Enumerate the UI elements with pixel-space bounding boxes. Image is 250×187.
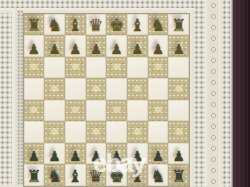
square-c4[interactable]: ❁ [65, 100, 86, 122]
piece-white-bishop[interactable]: ♝ [68, 168, 83, 185]
square-e2[interactable]: ❁♟ [106, 143, 127, 165]
square-b7[interactable]: ❁♟ [44, 35, 65, 57]
square-a4[interactable]: ❁ [24, 100, 45, 122]
piece-white-pawn[interactable]: ♟ [90, 149, 103, 163]
piece-black-knight[interactable]: ♞ [150, 17, 165, 34]
square-inlay-motif: ❁ [154, 106, 162, 115]
square-h1[interactable]: ❁♜ [168, 164, 189, 186]
piece-black-pawn[interactable]: ♟ [110, 42, 123, 56]
square-inlay-motif: ❁ [113, 106, 121, 115]
square-inlay-motif: ❁ [51, 84, 59, 93]
square-a6[interactable]: ❁ [24, 57, 45, 79]
square-a7[interactable]: ♟ [24, 35, 45, 57]
square-g5[interactable] [148, 78, 169, 100]
board-frame-mosaic-left [0, 0, 12, 187]
square-g2[interactable]: ❁♟ [148, 143, 169, 165]
piece-black-rook[interactable]: ♜ [26, 17, 41, 34]
square-g4[interactable]: ❁ [148, 100, 169, 122]
piece-black-pawn[interactable]: ♟ [48, 42, 61, 56]
square-c6[interactable]: ❁ [65, 57, 86, 79]
square-h5[interactable]: ❁ [168, 78, 189, 100]
square-b2[interactable]: ♟ [44, 143, 65, 165]
square-e4[interactable]: ❁ [106, 100, 127, 122]
piece-white-queen[interactable]: ♛ [88, 168, 103, 185]
table-background [231, 0, 250, 187]
square-h7[interactable]: ❁♟ [168, 35, 189, 57]
square-h8[interactable]: ♜ [168, 14, 189, 36]
square-g7[interactable]: ♟ [148, 35, 169, 57]
piece-black-pawn[interactable]: ♟ [152, 42, 165, 56]
square-inlay-motif: ❁ [71, 63, 79, 72]
square-h2[interactable]: ♟ [168, 143, 189, 165]
square-c2[interactable]: ❁♟ [65, 143, 86, 165]
square-inlay-motif: ❁ [71, 106, 79, 115]
piece-black-bishop[interactable]: ♝ [130, 17, 145, 34]
piece-white-pawn[interactable]: ♟ [69, 149, 82, 163]
square-a5[interactable] [24, 78, 45, 100]
square-e8[interactable]: ❁♚ [106, 14, 127, 36]
piece-black-pawn[interactable]: ♟ [172, 42, 185, 56]
piece-white-rook[interactable]: ♜ [26, 168, 41, 185]
square-f3[interactable]: ❁ [127, 121, 148, 143]
square-inlay-motif: ❁ [154, 63, 162, 72]
square-d2[interactable]: ♟ [86, 143, 107, 165]
square-d6[interactable] [86, 57, 107, 79]
board-edge-shadow [230, 0, 233, 187]
square-d8[interactable]: ♛ [86, 14, 107, 36]
square-h3[interactable]: ❁ [168, 121, 189, 143]
piece-white-rook[interactable]: ♜ [171, 168, 186, 185]
square-inlay-motif: ❁ [175, 84, 183, 93]
square-d1[interactable]: ❁♛ [86, 164, 107, 186]
square-c8[interactable]: ❁♝ [65, 14, 86, 36]
square-g3[interactable] [148, 121, 169, 143]
square-b6[interactable] [44, 57, 65, 79]
piece-white-pawn[interactable]: ♟ [48, 149, 61, 163]
square-a1[interactable]: ♜ [24, 164, 45, 186]
square-inlay-motif: ❁ [92, 127, 100, 136]
listing-photo: ❁♜♞❁♝♛❁♚♝❁♞♜♟❁♟♟❁♟♟❁♟♟❁♟❁❁❁❁❁❁❁❁❁❁❁❁❁❁❁❁… [0, 0, 250, 187]
square-c1[interactable]: ♝ [65, 164, 86, 186]
chessboard[interactable]: ❁♜♞❁♝♛❁♚♝❁♞♜♟❁♟♟❁♟♟❁♟♟❁♟❁❁❁❁❁❁❁❁❁❁❁❁❁❁❁❁… [23, 13, 191, 187]
piece-black-pawn[interactable]: ♟ [28, 42, 41, 56]
board-frame-mosaic-right-inner [194, 0, 205, 187]
square-inlay-motif: ❁ [134, 84, 142, 93]
square-g6[interactable]: ❁ [148, 57, 169, 79]
square-f1[interactable]: ❁♝ [127, 164, 148, 186]
piece-white-pawn[interactable]: ♟ [152, 149, 165, 163]
square-d4[interactable] [86, 100, 107, 122]
square-f5[interactable]: ❁ [127, 78, 148, 100]
square-d7[interactable]: ❁♟ [86, 35, 107, 57]
square-b5[interactable]: ❁ [44, 78, 65, 100]
piece-white-knight[interactable]: ♞ [150, 168, 165, 185]
board-frame-ring-band-right [208, 0, 219, 187]
piece-white-pawn[interactable]: ♟ [110, 149, 123, 163]
piece-black-queen[interactable]: ♛ [88, 17, 103, 34]
piece-white-pawn[interactable]: ♟ [28, 149, 41, 163]
square-inlay-motif: ❁ [30, 63, 38, 72]
square-c7[interactable]: ♟ [65, 35, 86, 57]
square-e1[interactable]: ♚ [106, 164, 127, 186]
square-f7[interactable]: ❁♟ [127, 35, 148, 57]
square-b8[interactable]: ♞ [44, 14, 65, 36]
square-d3[interactable]: ❁ [86, 121, 107, 143]
square-h6[interactable] [168, 57, 189, 79]
square-e3[interactable] [106, 121, 127, 143]
square-h4[interactable] [168, 100, 189, 122]
square-a8[interactable]: ❁♜ [24, 14, 45, 36]
square-f4[interactable] [127, 100, 148, 122]
square-inlay-motif: ❁ [92, 84, 100, 93]
piece-black-pawn[interactable]: ♟ [131, 42, 144, 56]
piece-white-knight[interactable]: ♞ [47, 168, 62, 185]
piece-white-pawn[interactable]: ♟ [131, 149, 144, 163]
square-g1[interactable]: ♞ [148, 164, 169, 186]
square-inlay-motif: ❁ [175, 127, 183, 136]
square-e5[interactable] [106, 78, 127, 100]
square-c3[interactable] [65, 121, 86, 143]
square-c5[interactable] [65, 78, 86, 100]
square-b3[interactable]: ❁ [44, 121, 65, 143]
piece-white-bishop[interactable]: ♝ [130, 168, 145, 185]
piece-black-knight[interactable]: ♞ [47, 17, 62, 34]
square-f6[interactable] [127, 57, 148, 79]
piece-black-pawn[interactable]: ♟ [69, 42, 82, 56]
square-a3[interactable] [24, 121, 45, 143]
square-f8[interactable]: ♝ [127, 14, 148, 36]
square-inlay-motif: ❁ [30, 106, 38, 115]
square-b4[interactable] [44, 100, 65, 122]
square-b1[interactable]: ❁♞ [44, 164, 65, 186]
square-e6[interactable]: ❁ [106, 57, 127, 79]
square-d5[interactable]: ❁ [86, 78, 107, 100]
square-g8[interactable]: ❁♞ [148, 14, 169, 36]
board-frame-mosaic-right-outer [222, 0, 231, 187]
square-a2[interactable]: ❁♟ [24, 143, 45, 165]
piece-black-bishop[interactable]: ♝ [68, 17, 83, 34]
piece-white-pawn[interactable]: ♟ [172, 149, 185, 163]
square-inlay-motif: ❁ [51, 127, 59, 136]
piece-black-pawn[interactable]: ♟ [90, 42, 103, 56]
piece-black-rook[interactable]: ♜ [171, 17, 186, 34]
piece-white-king[interactable]: ♚ [109, 168, 124, 185]
square-f2[interactable]: ♟ [127, 143, 148, 165]
square-inlay-motif: ❁ [134, 127, 142, 136]
square-inlay-motif: ❁ [113, 63, 121, 72]
square-e7[interactable]: ♟ [106, 35, 127, 57]
piece-black-king[interactable]: ♚ [109, 17, 124, 34]
